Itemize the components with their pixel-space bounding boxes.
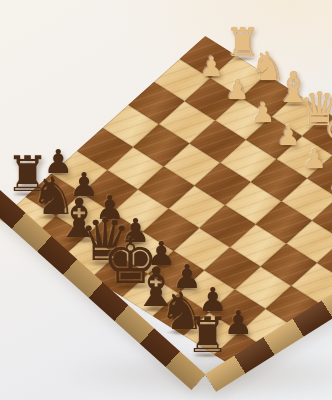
photo-scene: ♜♞♝♛♚♝♞♜♟♟♟♟♟♟♟♟♟♟♟♟♟♟♟♟♜♞♝♛♚♝♞♜ (0, 0, 332, 400)
piece-maple-pawn: ♟ (199, 53, 223, 80)
piece-maple-pawn: ♟ (328, 168, 332, 195)
piece-maple-pawn: ♟ (225, 76, 249, 103)
piece-maple-pawn: ♟ (302, 145, 326, 172)
piece-maple-pawn: ♟ (251, 99, 275, 126)
piece-maple-pawn: ♟ (277, 122, 301, 149)
pieces-layer: ♜♞♝♛♚♝♞♜♟♟♟♟♟♟♟♟♟♟♟♟♟♟♟♟♜♞♝♛♚♝♞♜ (0, 0, 332, 400)
piece-walnut-rook: ♜ (186, 311, 230, 360)
